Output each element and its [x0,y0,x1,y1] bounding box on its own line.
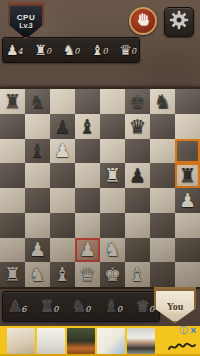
square-c3[interactable] [50,213,75,238]
white-n-piece-e2: ♞ [104,240,121,259]
square-h5[interactable]: ♜ [175,163,200,188]
square-d6[interactable] [75,139,100,164]
ad-thumbnail-model-orange-photo[interactable] [67,328,95,354]
cpu-captured-b: ♝0 [91,43,108,57]
cpu-captured-p: ♟4 [6,43,23,57]
square-b1[interactable]: ♞ [25,262,50,287]
square-a7[interactable] [0,114,25,139]
square-g3[interactable] [150,213,175,238]
captured-count: 0 [85,305,90,315]
black-p-piece-f5: ♟ [129,166,146,185]
cpu-captured-tray: ♟4♜0♞0♝0♛0 [2,37,140,63]
captured-piece-icon: ♝ [104,299,118,315]
ad-close-icon[interactable]: × [190,326,196,336]
square-f8[interactable]: ♚ [125,89,150,114]
black-n-piece-b8: ♞ [29,92,46,111]
cpu-captured-n: ♞0 [63,43,80,57]
ad-logo [168,338,196,356]
square-f7[interactable]: ♛ [125,114,150,139]
captured-count: 6 [21,305,26,315]
ad-thumbnail-model-skirt-photo[interactable] [127,328,155,354]
square-c1[interactable]: ♝ [50,262,75,287]
white-r-piece-e5: ♜ [104,166,121,185]
white-k-piece-e1: ♚ [104,265,121,284]
square-g5[interactable] [150,163,175,188]
square-h3[interactable] [175,213,200,238]
square-a2[interactable] [0,238,25,263]
cpu-label: CPU [17,13,35,22]
square-h1[interactable] [175,262,200,287]
square-d1[interactable]: ♛ [75,262,100,287]
square-b7[interactable] [25,114,50,139]
black-n-piece-g8: ♞ [154,92,171,111]
square-h7[interactable] [175,114,200,139]
black-k-piece-f8: ♚ [129,92,146,111]
ad-controls: ⓘ × [168,326,196,356]
square-f3[interactable] [125,213,150,238]
square-f2[interactable] [125,238,150,263]
ad-banner[interactable]: ⓘ × [0,326,200,356]
ad-thumbnail-dress-photo[interactable] [7,328,35,354]
square-d4[interactable] [75,188,100,213]
ad-info-icon[interactable]: ⓘ [179,327,187,335]
you-badge: You [154,287,196,323]
chess-app: CPU Lv.3 [0,0,200,356]
cpu-captured-q: ♛0 [119,43,136,57]
chess-board: ♜♞♚♞♟♝♛♝♟♜♟♜♟♟♟♞♜♞♝♛♚♝ [0,87,200,289]
ad-thumbnail-clothes-blue-photo[interactable] [97,328,125,354]
captured-count: 4 [18,47,23,57]
square-a8[interactable]: ♜ [0,89,25,114]
settings-button[interactable] [164,7,194,37]
square-d8[interactable] [75,89,100,114]
square-e8[interactable] [100,89,125,114]
square-g1[interactable] [150,262,175,287]
square-b2[interactable]: ♟ [25,238,50,263]
square-c2[interactable] [50,238,75,263]
you-captured-n: ♞0 [72,299,90,315]
cpu-captured-r: ♜0 [34,43,51,57]
cpu-badge: CPU Lv.3 [8,2,44,39]
player-captured-tray: ♟6♜0♞0♝0♛0 [2,291,160,322]
square-h6[interactable] [175,139,200,164]
white-p-piece-b2: ♟ [29,240,46,259]
you-captured-r: ♜0 [40,299,58,315]
square-g2[interactable] [150,238,175,263]
square-d7[interactable]: ♝ [75,114,100,139]
square-b6[interactable]: ♝ [25,139,50,164]
white-p-piece-h4: ♟ [179,191,196,210]
white-n-piece-b1: ♞ [29,265,46,284]
square-g6[interactable] [150,139,175,164]
white-b-piece-c1: ♝ [54,265,71,284]
you-captured-b: ♝0 [104,299,122,315]
black-q-piece-f7: ♛ [129,117,146,136]
square-e6[interactable] [100,139,125,164]
hand-icon [136,12,151,31]
square-f1[interactable]: ♝ [125,262,150,287]
square-b5[interactable] [25,163,50,188]
square-f4[interactable] [125,188,150,213]
captured-piece-icon: ♛ [136,299,150,315]
square-d3[interactable] [75,213,100,238]
square-c4[interactable] [50,188,75,213]
white-b-piece-f1: ♝ [129,265,146,284]
square-e5[interactable]: ♜ [100,163,125,188]
square-e2[interactable]: ♞ [100,238,125,263]
gear-icon [169,10,189,34]
captured-count: 0 [131,47,136,57]
square-d5[interactable] [75,163,100,188]
square-b3[interactable] [25,213,50,238]
cpu-level: Lv.3 [19,22,33,30]
square-g8[interactable]: ♞ [150,89,175,114]
white-p-piece-c6: ♟ [54,141,71,160]
square-a6[interactable] [0,139,25,164]
white-p-piece-d2: ♟ [79,240,96,259]
square-e4[interactable] [100,188,125,213]
square-e3[interactable] [100,213,125,238]
square-c6[interactable]: ♟ [50,139,75,164]
black-b-piece-b6: ♝ [29,141,46,160]
captured-count: 0 [46,47,51,57]
square-g7[interactable] [150,114,175,139]
you-captured-p: ♟6 [8,299,26,315]
square-c5[interactable] [50,163,75,188]
captured-count: 0 [149,305,154,315]
square-h4[interactable]: ♟ [175,188,200,213]
square-c8[interactable] [50,89,75,114]
white-r-piece-a1: ♜ [4,265,21,284]
square-a4[interactable] [0,188,25,213]
you-label: You [167,301,184,312]
square-f5[interactable]: ♟ [125,163,150,188]
black-b-piece-d7: ♝ [79,117,96,136]
square-f6[interactable] [125,139,150,164]
square-b4[interactable] [25,188,50,213]
black-r-piece-a8: ♜ [4,92,21,111]
ad-thumbnail-shorts-photo[interactable] [37,328,65,354]
square-e7[interactable] [100,114,125,139]
square-b8[interactable]: ♞ [25,89,50,114]
square-g4[interactable] [150,188,175,213]
square-a1[interactable]: ♜ [0,262,25,287]
square-a5[interactable] [0,163,25,188]
you-captured-q: ♛0 [136,299,154,315]
captured-count: 0 [117,305,122,315]
square-e1[interactable]: ♚ [100,262,125,287]
square-c7[interactable]: ♟ [50,114,75,139]
captured-count: 0 [74,47,79,57]
square-h2[interactable] [175,238,200,263]
white-q-piece-d1: ♛ [79,265,96,284]
captured-piece-icon: ♞ [72,299,86,315]
black-r-piece-h5: ♜ [179,166,196,185]
black-p-piece-c7: ♟ [54,117,71,136]
square-h8[interactable] [175,89,200,114]
square-d2[interactable]: ♟ [75,238,100,263]
ad-thumbnails [7,328,155,354]
captured-count: 0 [103,47,108,57]
pause-hand-button[interactable] [129,7,157,35]
square-a3[interactable] [0,213,25,238]
captured-count: 0 [53,305,58,315]
